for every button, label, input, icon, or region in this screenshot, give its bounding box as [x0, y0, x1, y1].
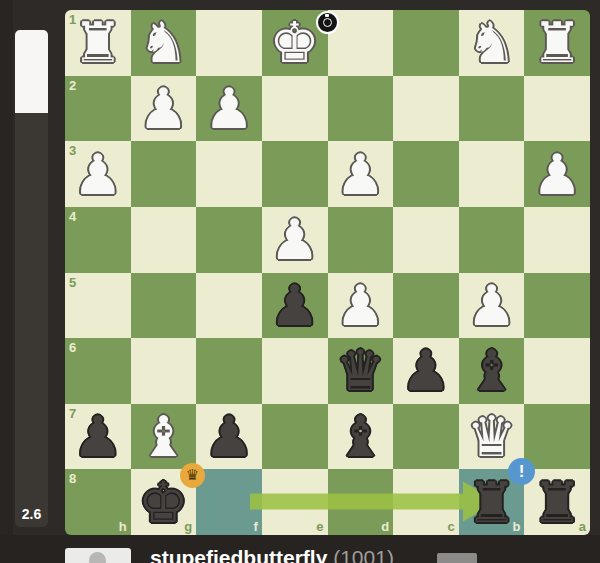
square-e5[interactable]: ♟ [262, 273, 328, 339]
square-e4[interactable]: ♟ [262, 207, 328, 273]
piece-wP-e4[interactable]: ♟ [270, 207, 320, 272]
evaluation-bar-white-section [15, 30, 48, 113]
piece-wP-d3[interactable]: ♟ [335, 142, 385, 207]
square-a3[interactable]: ♟ [524, 141, 590, 207]
square-d3[interactable]: ♟ [328, 141, 394, 207]
player-username: stupefiedbutterfly [150, 546, 327, 563]
square-d8[interactable]: d [328, 469, 394, 535]
square-g4[interactable] [131, 207, 197, 273]
square-h6[interactable]: 6 [65, 338, 131, 404]
square-e3[interactable] [262, 141, 328, 207]
square-a6[interactable] [524, 338, 590, 404]
square-a7[interactable] [524, 404, 590, 470]
crown-icon: ♛ [180, 463, 205, 488]
square-f5[interactable] [196, 273, 262, 339]
piece-wQ-b7[interactable]: ♛ [466, 404, 516, 469]
square-f2[interactable]: ♟ [196, 76, 262, 142]
square-f8[interactable]: f [196, 469, 262, 535]
square-d7[interactable]: ♝ [328, 404, 394, 470]
square-c4[interactable] [393, 207, 459, 273]
piece-bP-c6[interactable]: ♟ [401, 338, 451, 403]
square-b4[interactable] [459, 207, 525, 273]
square-h7[interactable]: ♟7 [65, 404, 131, 470]
square-e8[interactable]: e [262, 469, 328, 535]
square-b3[interactable] [459, 141, 525, 207]
flag-icon [437, 553, 477, 563]
square-e2[interactable] [262, 76, 328, 142]
evaluation-bar: 2.6 [15, 30, 48, 527]
piece-bP-h7[interactable]: ♟ [73, 404, 123, 469]
rank-label-4: 4 [69, 209, 76, 224]
square-c8[interactable]: c [393, 469, 459, 535]
piece-wN-g1[interactable]: ♞ [138, 10, 188, 75]
square-c6[interactable]: ♟ [393, 338, 459, 404]
chess-board[interactable]: ♛ ! ♜1♞♚♞♜2♟♟♟3♟♟4♟5♟♟♟6♛♟♝♟7♝♟♝♛8h♚gfed… [65, 10, 590, 535]
square-h2[interactable]: 2 [65, 76, 131, 142]
player-bar: stupefiedbutterfly (1001) [0, 535, 600, 563]
left-edge-strip [0, 0, 13, 563]
rank-label-2: 2 [69, 78, 76, 93]
piece-bR-a8[interactable]: ♜ [532, 470, 582, 535]
square-g6[interactable] [131, 338, 197, 404]
square-f6[interactable] [196, 338, 262, 404]
move-classification-badge: ! [508, 458, 535, 485]
player-rating: (1001) [333, 546, 394, 563]
square-a8[interactable]: ♜a [524, 469, 590, 535]
square-g5[interactable] [131, 273, 197, 339]
piece-wN-b1[interactable]: ♞ [466, 10, 516, 75]
piece-bQ-d6[interactable]: ♛ [335, 338, 385, 403]
file-label-c: c [448, 519, 455, 534]
square-a4[interactable] [524, 207, 590, 273]
avatar[interactable] [65, 548, 131, 563]
piece-wP-h3[interactable]: ♟ [73, 142, 123, 207]
square-e7[interactable] [262, 404, 328, 470]
piece-bR-b8[interactable]: ♜ [466, 470, 516, 535]
square-f1[interactable] [196, 10, 262, 76]
square-a2[interactable] [524, 76, 590, 142]
square-a1[interactable]: ♜ [524, 10, 590, 76]
square-c1[interactable] [393, 10, 459, 76]
rank-label-8: 8 [69, 471, 76, 486]
file-label-e: e [316, 519, 323, 534]
square-d5[interactable]: ♟ [328, 273, 394, 339]
square-c3[interactable] [393, 141, 459, 207]
rank-label-6: 6 [69, 340, 76, 355]
square-h8[interactable]: 8h [65, 469, 131, 535]
square-g1[interactable]: ♞ [131, 10, 197, 76]
square-g3[interactable] [131, 141, 197, 207]
piece-wK-e1[interactable]: ♚ [270, 10, 320, 75]
piece-wR-a1[interactable]: ♜ [532, 10, 582, 75]
square-d6[interactable]: ♛ [328, 338, 394, 404]
square-f7[interactable]: ♟ [196, 404, 262, 470]
square-f4[interactable] [196, 207, 262, 273]
piece-wP-f2[interactable]: ♟ [204, 76, 254, 141]
square-h4[interactable]: 4 [65, 207, 131, 273]
player-name[interactable]: stupefiedbutterfly (1001) [150, 546, 394, 563]
square-g2[interactable]: ♟ [131, 76, 197, 142]
piece-wB-g7[interactable]: ♝ [138, 404, 188, 469]
piece-bP-f7[interactable]: ♟ [204, 404, 254, 469]
square-f3[interactable] [196, 141, 262, 207]
piece-wP-a3[interactable]: ♟ [532, 142, 582, 207]
square-c2[interactable] [393, 76, 459, 142]
piece-wR-h1[interactable]: ♜ [73, 10, 123, 75]
stopwatch-icon [316, 11, 339, 34]
square-b6[interactable]: ♝ [459, 338, 525, 404]
square-b5[interactable]: ♟ [459, 273, 525, 339]
square-h5[interactable]: 5 [65, 273, 131, 339]
crown-glyph: ♛ [186, 463, 199, 488]
avatar-head-icon [89, 552, 106, 563]
square-c7[interactable] [393, 404, 459, 470]
file-label-d: d [381, 519, 389, 534]
square-d4[interactable] [328, 207, 394, 273]
piece-bB-b6[interactable]: ♝ [466, 338, 516, 403]
file-label-f: f [254, 519, 258, 534]
rank-label-5: 5 [69, 275, 76, 290]
piece-wP-g2[interactable]: ♟ [138, 76, 188, 141]
square-e6[interactable] [262, 338, 328, 404]
square-g7[interactable]: ♝ [131, 404, 197, 470]
square-h3[interactable]: ♟3 [65, 141, 131, 207]
piece-bB-d7[interactable]: ♝ [335, 404, 385, 469]
square-b2[interactable] [459, 76, 525, 142]
evaluation-score: 2.6 [15, 506, 48, 522]
file-label-h: h [119, 519, 127, 534]
piece-bP-e5[interactable]: ♟ [270, 273, 320, 338]
square-d2[interactable] [328, 76, 394, 142]
square-a5[interactable] [524, 273, 590, 339]
square-h1[interactable]: ♜1 [65, 10, 131, 76]
piece-wP-b5[interactable]: ♟ [466, 273, 516, 338]
square-b1[interactable]: ♞ [459, 10, 525, 76]
square-c5[interactable] [393, 273, 459, 339]
piece-wP-d5[interactable]: ♟ [335, 273, 385, 338]
